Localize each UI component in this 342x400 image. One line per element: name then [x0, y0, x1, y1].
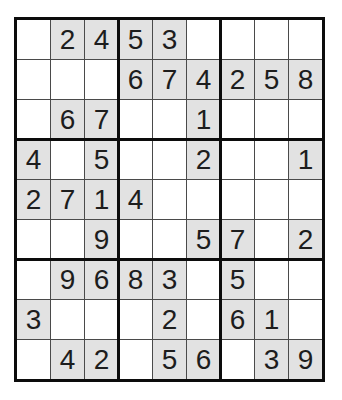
cell-r2c2[interactable] [51, 60, 84, 99]
cell-r2c7[interactable]: 2 [221, 60, 254, 99]
cell-r2c3[interactable] [85, 60, 118, 99]
sudoku-page: 2453674258671452127149572968353261425639 [0, 0, 342, 400]
cell-r7c7[interactable]: 5 [221, 260, 254, 299]
cell-r5c9[interactable] [289, 180, 322, 219]
cell-r5c3[interactable]: 1 [85, 180, 118, 219]
cell-r3c5[interactable] [153, 100, 186, 139]
cell-r1c8[interactable] [255, 20, 288, 59]
cell-r5c6[interactable] [187, 180, 220, 219]
cell-r2c8[interactable]: 5 [255, 60, 288, 99]
cell-r4c5[interactable] [153, 140, 186, 179]
cell-r8c5[interactable]: 2 [153, 300, 186, 339]
cell-r1c3[interactable]: 4 [85, 20, 118, 59]
cell-r3c8[interactable] [255, 100, 288, 139]
cell-r5c2[interactable]: 7 [51, 180, 84, 219]
cell-r4c2[interactable] [51, 140, 84, 179]
cell-r9c1[interactable] [17, 340, 50, 379]
sudoku-board: 2453674258671452127149572968353261425639 [14, 17, 325, 382]
cell-r3c2[interactable]: 6 [51, 100, 84, 139]
cell-r1c5[interactable]: 3 [153, 20, 186, 59]
cell-r5c1[interactable]: 2 [17, 180, 50, 219]
cell-r6c8[interactable] [255, 220, 288, 259]
cell-r9c2[interactable]: 4 [51, 340, 84, 379]
cell-r1c6[interactable] [187, 20, 220, 59]
cell-r3c3[interactable]: 7 [85, 100, 118, 139]
cell-r3c9[interactable] [289, 100, 322, 139]
cell-r4c6[interactable]: 2 [187, 140, 220, 179]
cell-r9c6[interactable]: 6 [187, 340, 220, 379]
cell-r8c2[interactable] [51, 300, 84, 339]
cell-r9c3[interactable]: 2 [85, 340, 118, 379]
cell-r9c5[interactable]: 5 [153, 340, 186, 379]
cell-r6c3[interactable]: 9 [85, 220, 118, 259]
cell-r4c3[interactable]: 5 [85, 140, 118, 179]
cell-r6c9[interactable]: 2 [289, 220, 322, 259]
cell-r2c5[interactable]: 7 [153, 60, 186, 99]
cell-r7c4[interactable]: 8 [119, 260, 152, 299]
cell-r8c6[interactable] [187, 300, 220, 339]
cell-r6c1[interactable] [17, 220, 50, 259]
cell-r9c4[interactable] [119, 340, 152, 379]
cell-r3c6[interactable]: 1 [187, 100, 220, 139]
cell-r4c1[interactable]: 4 [17, 140, 50, 179]
cell-r7c1[interactable] [17, 260, 50, 299]
cell-r8c4[interactable] [119, 300, 152, 339]
cell-r7c3[interactable]: 6 [85, 260, 118, 299]
cell-r2c1[interactable] [17, 60, 50, 99]
cell-r3c4[interactable] [119, 100, 152, 139]
cell-r8c8[interactable]: 1 [255, 300, 288, 339]
cell-r1c2[interactable]: 2 [51, 20, 84, 59]
cell-r1c9[interactable] [289, 20, 322, 59]
cell-r7c8[interactable] [255, 260, 288, 299]
cell-r1c4[interactable]: 5 [119, 20, 152, 59]
cell-r9c7[interactable] [221, 340, 254, 379]
cell-r8c1[interactable]: 3 [17, 300, 50, 339]
cell-r6c5[interactable] [153, 220, 186, 259]
cell-r7c2[interactable]: 9 [51, 260, 84, 299]
cell-r4c8[interactable] [255, 140, 288, 179]
cell-r4c4[interactable] [119, 140, 152, 179]
cell-r1c1[interactable] [17, 20, 50, 59]
cell-r6c7[interactable]: 7 [221, 220, 254, 259]
cell-r8c3[interactable] [85, 300, 118, 339]
cell-r6c6[interactable]: 5 [187, 220, 220, 259]
cell-r5c4[interactable]: 4 [119, 180, 152, 219]
cell-r7c9[interactable] [289, 260, 322, 299]
cell-r1c7[interactable] [221, 20, 254, 59]
cell-r9c9[interactable]: 9 [289, 340, 322, 379]
cell-r2c6[interactable]: 4 [187, 60, 220, 99]
cell-r8c7[interactable]: 6 [221, 300, 254, 339]
cell-r3c1[interactable] [17, 100, 50, 139]
cell-r4c9[interactable]: 1 [289, 140, 322, 179]
cell-r7c6[interactable] [187, 260, 220, 299]
cell-r2c9[interactable]: 8 [289, 60, 322, 99]
cell-r6c2[interactable] [51, 220, 84, 259]
cell-r6c4[interactable] [119, 220, 152, 259]
cell-r5c7[interactable] [221, 180, 254, 219]
cell-r5c5[interactable] [153, 180, 186, 219]
cell-r5c8[interactable] [255, 180, 288, 219]
cell-r3c7[interactable] [221, 100, 254, 139]
cell-r8c9[interactable] [289, 300, 322, 339]
cell-r2c4[interactable]: 6 [119, 60, 152, 99]
cell-r9c8[interactable]: 3 [255, 340, 288, 379]
cell-r7c5[interactable]: 3 [153, 260, 186, 299]
cell-r4c7[interactable] [221, 140, 254, 179]
